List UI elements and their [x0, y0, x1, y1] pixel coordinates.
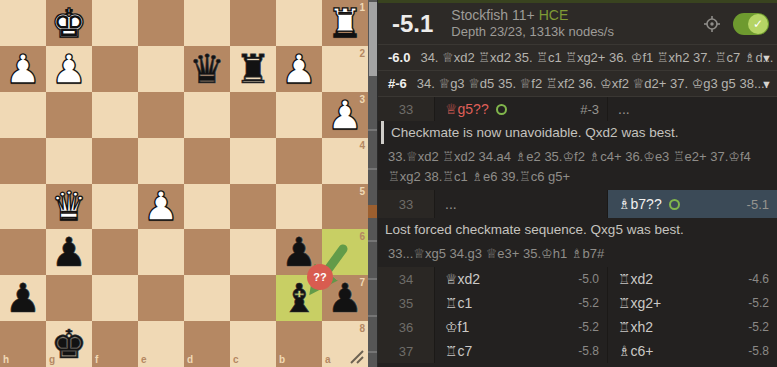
white-pawn-g2[interactable]: ♟ — [46, 46, 92, 92]
variation-line[interactable]: 33.♕xd2 ♖xd2 34.a4 ♗e2 35.♔f2 ♗c4+ 36.♔e… — [378, 144, 777, 190]
coord-rank-2: 2 — [359, 48, 365, 59]
square-b3[interactable] — [276, 92, 322, 138]
move-cell-black[interactable]: ♖xg2+-5.2 — [608, 291, 777, 315]
square-a2[interactable]: 2 — [322, 46, 368, 92]
square-h1[interactable] — [0, 0, 46, 46]
square-h3[interactable] — [0, 92, 46, 138]
square-a1[interactable]: 1♜ — [322, 0, 368, 46]
square-e5[interactable]: ♟ — [138, 184, 184, 230]
move-eval: -5.2 — [578, 296, 599, 310]
move-cell-white[interactable]: ♕xd2-5.0 — [435, 267, 608, 291]
move-number: 33 — [378, 97, 435, 121]
black-rook-c2[interactable]: ♜ — [230, 46, 276, 92]
square-f2[interactable] — [92, 46, 138, 92]
square-d5[interactable] — [184, 184, 230, 230]
move-eval: -5.2 — [748, 296, 769, 310]
square-e4[interactable] — [138, 138, 184, 184]
eval-ring-icon — [496, 104, 507, 115]
move-eval: -5.8 — [578, 344, 599, 358]
move-san: ♗b7?? — [618, 196, 662, 212]
moves-scrollbar[interactable] — [368, 0, 378, 367]
blunder-badge: ?? — [307, 264, 333, 290]
square-h7[interactable]: ♟ — [0, 275, 46, 321]
coord-file-b: b — [279, 354, 285, 365]
square-e8[interactable]: e — [138, 321, 184, 367]
square-f6[interactable] — [92, 229, 138, 275]
move-cell-white[interactable]: ♔f1-5.2 — [435, 315, 608, 339]
move-number: 33 — [378, 190, 435, 218]
square-d8[interactable]: d — [184, 321, 230, 367]
scrollbar-line — [368, 240, 377, 242]
coord-file-e: e — [141, 354, 147, 365]
engine-tag: HCE — [539, 7, 569, 23]
move-row-34: 34♕xd2-5.0♖xd2-4.6 — [378, 267, 777, 291]
move-eval: #-3 — [580, 102, 599, 117]
move-cell-white[interactable]: ♕g5??#-3 — [435, 97, 608, 121]
eval-ring-icon — [669, 199, 680, 210]
engine-header: -5.1 Stockfish 11+ HCE Depth 23/23, 1313… — [378, 3, 777, 44]
coord-rank-5: 5 — [359, 186, 365, 197]
square-c2[interactable]: ♜ — [230, 46, 276, 92]
square-h8[interactable]: h — [0, 321, 46, 367]
square-e6[interactable] — [138, 229, 184, 275]
scrollbar-thumb[interactable] — [369, 2, 377, 76]
move-san: ♖xd2 — [618, 271, 653, 287]
pv-expand-icon[interactable]: ▼ — [761, 52, 772, 64]
black-pawn-h7[interactable]: ♟ — [0, 275, 46, 321]
engine-toggle-knob: ✓ — [748, 14, 768, 34]
pv-line-2[interactable]: #-634. ♕g3 ♕d5 35. ♕f2 ♖xf2 36. ♔xf2 ♕d2… — [378, 70, 777, 96]
pv-moves: 34. ♕xd2 ♖xd2 35. ♖c1 ♖xg2+ 36. ♔f1 ♖xh2… — [420, 50, 773, 65]
move-number: 36 — [378, 315, 435, 339]
square-b5[interactable] — [276, 184, 322, 230]
engine-eval: -5.1 — [392, 10, 433, 38]
square-h5[interactable] — [0, 184, 46, 230]
square-b4[interactable] — [276, 138, 322, 184]
square-e1[interactable] — [138, 0, 184, 46]
coord-rank-8: 8 — [359, 323, 365, 334]
pv-expand-icon[interactable]: ▼ — [761, 78, 772, 90]
square-e7[interactable] — [138, 275, 184, 321]
move-row-35: 35♖c1-5.2♖xg2+-5.2 — [378, 291, 777, 315]
square-d3[interactable] — [184, 92, 230, 138]
square-e3[interactable] — [138, 92, 184, 138]
move-row-37: 37♖c7-5.8♗c6+-5.8 — [378, 339, 777, 363]
move-san: ♖xh2 — [618, 319, 653, 335]
move-eval: -4.6 — [748, 272, 769, 286]
black-queen-d2[interactable]: ♛ — [184, 46, 230, 92]
square-c1[interactable] — [230, 0, 276, 46]
move-san: ... — [618, 101, 630, 117]
move-eval: -5.1 — [747, 197, 769, 212]
move-san: ♖c7 — [445, 343, 472, 359]
square-f3[interactable] — [92, 92, 138, 138]
square-g6[interactable]: ♟ — [46, 229, 92, 275]
square-d7[interactable] — [184, 275, 230, 321]
focus-target-icon[interactable] — [703, 15, 721, 33]
square-e2[interactable] — [138, 46, 184, 92]
move-cell-black[interactable]: ♖xd2-4.6 — [608, 267, 777, 291]
move-cell-white[interactable]: ♖c7-5.8 — [435, 339, 608, 363]
square-a4[interactable]: 4 — [322, 138, 368, 184]
move-cell-white[interactable]: ♖c1-5.2 — [435, 291, 608, 315]
move-number: 34 — [378, 267, 435, 291]
coord-rank-6: 6 — [359, 231, 365, 242]
square-a3[interactable]: 3♟ — [322, 92, 368, 138]
move-cell-black[interactable]: ... — [608, 97, 777, 121]
move-san: ♕g5?? — [445, 101, 489, 117]
square-g2[interactable]: ♟ — [46, 46, 92, 92]
move-san: ♗c6+ — [618, 343, 654, 359]
white-pawn-h2[interactable]: ♟ — [0, 46, 46, 92]
white-pawn-e5[interactable]: ♟ — [138, 184, 184, 230]
coord-file-a: a — [325, 354, 331, 365]
scrollbar-line — [368, 168, 377, 170]
pv-eval: #-6 — [388, 76, 407, 91]
scrollbar-line — [368, 315, 377, 317]
black-king-g8[interactable]: ♚ — [46, 321, 92, 367]
annotation-comment: Checkmate is now unavoidable. Qxd2 was b… — [381, 121, 777, 144]
scrollbar-marker-orange — [368, 205, 377, 218]
square-b2[interactable]: ♟ — [276, 46, 322, 92]
chess-board[interactable]: ♚1♜♟♟♛♜♟23♟4♛♟5♟♟6♟♝7♟hg♚fedcba8?? — [0, 0, 368, 367]
square-f5[interactable] — [92, 184, 138, 230]
square-a8[interactable]: a8 — [322, 321, 368, 367]
pv-moves: 34. ♕g3 ♕d5 35. ♕f2 ♖xf2 36. ♔xf2 ♕d2+ 3… — [417, 76, 769, 91]
move-cell-black[interactable]: ♗c6+-5.8 — [608, 339, 777, 363]
coord-file-d: d — [187, 354, 193, 365]
square-f8[interactable]: f — [92, 321, 138, 367]
annotation-comment: Lost forced checkmate sequence. Qxg5 was… — [378, 218, 777, 241]
move-eval: -5.2 — [748, 320, 769, 334]
square-d2[interactable]: ♛ — [184, 46, 230, 92]
square-d6[interactable] — [184, 229, 230, 275]
black-pawn-g6[interactable]: ♟ — [46, 229, 92, 275]
square-c4[interactable] — [230, 138, 276, 184]
square-c7[interactable] — [230, 275, 276, 321]
move-san: ... — [445, 196, 457, 212]
move-row-33: 33...♗b7??-5.1 — [378, 190, 777, 218]
square-b1[interactable] — [276, 0, 322, 46]
scrollbar-line — [368, 278, 377, 280]
coord-file-h: h — [3, 354, 9, 365]
square-g4[interactable] — [46, 138, 92, 184]
coord-file-f: f — [95, 354, 98, 365]
white-pawn-a3[interactable]: ♟ — [322, 92, 368, 138]
move-eval: -5.8 — [748, 344, 769, 358]
scrollbar-line — [368, 129, 377, 131]
white-rook-a1[interactable]: ♜ — [322, 0, 368, 46]
coord-rank-4: 4 — [359, 140, 365, 151]
coord-file-c: c — [233, 354, 239, 365]
pv-line-1[interactable]: -6.034. ♕xd2 ♖xd2 35. ♖c1 ♖xg2+ 36. ♔f1 … — [378, 44, 777, 70]
move-list: 33♕g5??#-3...Checkmate is now unavoidabl… — [378, 96, 777, 367]
move-san: ♕xd2 — [445, 271, 480, 287]
engine-panel: -5.1 Stockfish 11+ HCE Depth 23/23, 1313… — [378, 0, 777, 367]
square-g5[interactable]: ♛ — [46, 184, 92, 230]
engine-info: Stockfish 11+ HCE Depth 23/23, 1313k nod… — [451, 7, 614, 39]
move-row-36: 36♔f1-5.2♖xh2-5.2 — [378, 315, 777, 339]
move-eval: -5.2 — [578, 320, 599, 334]
pv-eval: -6.0 — [388, 50, 410, 65]
square-g7[interactable] — [46, 275, 92, 321]
square-c8[interactable]: c — [230, 321, 276, 367]
move-cell-black[interactable]: ♗b7??-5.1 — [608, 190, 777, 218]
move-san: ♖c1 — [445, 295, 472, 311]
move-cell-white[interactable]: ... — [435, 190, 608, 218]
square-d1[interactable] — [184, 0, 230, 46]
square-c6[interactable] — [230, 229, 276, 275]
square-c5[interactable] — [230, 184, 276, 230]
scrollbar-line — [368, 351, 377, 353]
square-g8[interactable]: g♚ — [46, 321, 92, 367]
square-f1[interactable] — [92, 0, 138, 46]
engine-depth: Depth 23/23, 1313k nodes/s — [451, 24, 614, 40]
move-row-33: 33♕g5??#-3... — [378, 97, 777, 121]
square-a5[interactable]: 5 — [322, 184, 368, 230]
move-san: ♔f1 — [445, 319, 469, 335]
white-queen-g5[interactable]: ♛ — [46, 184, 92, 230]
square-g1[interactable]: ♚ — [46, 0, 92, 46]
square-f4[interactable] — [92, 138, 138, 184]
pv-lines: -6.034. ♕xd2 ♖xd2 35. ♖c1 ♖xg2+ 36. ♔f1 … — [378, 44, 777, 96]
square-h6[interactable] — [0, 229, 46, 275]
engine-name: Stockfish 11+ — [451, 7, 534, 23]
move-san: ♖xg2+ — [618, 295, 661, 311]
square-b8[interactable]: b — [276, 321, 322, 367]
move-cell-black[interactable]: ♖xh2-5.2 — [608, 315, 777, 339]
white-pawn-b2[interactable]: ♟ — [276, 46, 322, 92]
variation-line[interactable]: 33...♕xg5 34.g3 ♕e3+ 35.♔h1 ♗b7# — [378, 241, 777, 267]
move-number: 35 — [378, 291, 435, 315]
square-h2[interactable]: ♟ — [0, 46, 46, 92]
analysis-app: ♚1♜♟♟♛♜♟23♟4♛♟5♟♟6♟♝7♟hg♚fedcba8?? -5.1 … — [0, 0, 777, 367]
square-c3[interactable] — [230, 92, 276, 138]
engine-toggle[interactable]: ✓ — [733, 13, 769, 35]
move-number: 37 — [378, 339, 435, 363]
white-king-g1[interactable]: ♚ — [46, 0, 92, 46]
square-g3[interactable] — [46, 92, 92, 138]
square-d4[interactable] — [184, 138, 230, 184]
square-h4[interactable] — [0, 138, 46, 184]
move-eval: -5.0 — [578, 272, 599, 286]
square-f7[interactable] — [92, 275, 138, 321]
